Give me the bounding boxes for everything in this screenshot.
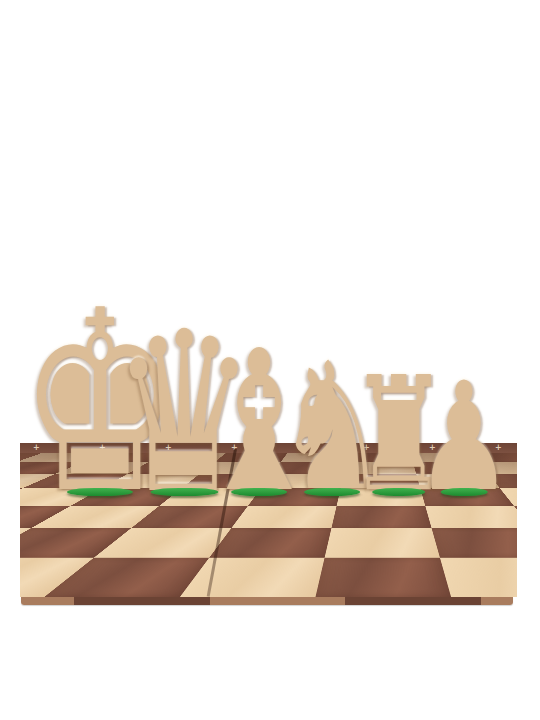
pieces-row: ♚♛♝♞♜♟: [0, 0, 540, 720]
pawn-felt-base: [440, 488, 487, 496]
product-photo-chess-set: ++++++++ ♚♛♝♞♜♟: [0, 0, 540, 720]
chess-piece-pawn: ♟: [397, 362, 531, 496]
